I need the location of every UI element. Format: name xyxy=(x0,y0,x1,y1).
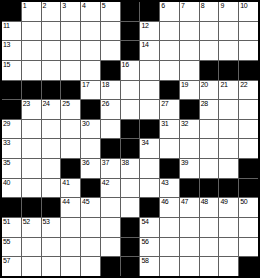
clue-number: 22 xyxy=(240,81,247,89)
cell-r12c9[interactable] xyxy=(180,238,199,257)
cell-r8c6[interactable]: 38 xyxy=(121,159,140,178)
clue-number: 57 xyxy=(3,257,10,265)
cell-r0c8[interactable]: 6 xyxy=(160,2,179,21)
clue-number: 43 xyxy=(161,179,168,187)
cell-r2c5[interactable] xyxy=(101,41,120,60)
clue-number: 55 xyxy=(3,238,10,246)
cell-r8c2[interactable] xyxy=(42,159,61,178)
cell-r7c7[interactable]: 34 xyxy=(140,139,159,158)
clue-number: 46 xyxy=(161,198,168,206)
cell-r3c0[interactable]: 15 xyxy=(2,61,21,80)
cell-r7c11[interactable] xyxy=(219,139,238,158)
cell-r1c3[interactable] xyxy=(61,22,80,41)
black-cell-r4c8 xyxy=(160,81,179,100)
black-cell-r9c9 xyxy=(180,179,199,198)
cell-r6c0[interactable]: 29 xyxy=(2,120,21,139)
cell-r7c3[interactable] xyxy=(61,139,80,158)
clue-number: 58 xyxy=(141,257,148,265)
clue-number: 33 xyxy=(3,139,10,147)
cell-r0c2[interactable]: 2 xyxy=(42,2,61,21)
black-cell-r4c0 xyxy=(2,81,21,100)
clue-number: 21 xyxy=(220,81,227,89)
cell-r5c8[interactable]: 27 xyxy=(160,100,179,119)
black-cell-r9c11 xyxy=(219,179,238,198)
cell-r3c1[interactable] xyxy=(22,61,41,80)
clue-number: 54 xyxy=(141,218,148,226)
clue-number: 53 xyxy=(43,218,50,226)
cell-r13c0[interactable]: 57 xyxy=(2,257,21,276)
cell-r5c1[interactable]: 23 xyxy=(22,100,41,119)
cell-r11c3[interactable] xyxy=(61,218,80,237)
cell-r2c10[interactable] xyxy=(200,41,219,60)
black-cell-r7c6 xyxy=(121,139,140,158)
clue-number: 49 xyxy=(220,198,227,206)
black-cell-r13c6 xyxy=(121,257,140,276)
cell-r12c1[interactable] xyxy=(22,238,41,257)
cell-r1c9[interactable] xyxy=(180,22,199,41)
black-cell-r8c3 xyxy=(61,159,80,178)
clue-number: 13 xyxy=(3,41,10,49)
cell-r1c5[interactable] xyxy=(101,22,120,41)
cell-r2c4[interactable] xyxy=(81,41,100,60)
cell-r9c3[interactable]: 41 xyxy=(61,179,80,198)
cell-r1c10[interactable] xyxy=(200,22,219,41)
black-cell-r6c6 xyxy=(121,120,140,139)
clue-number: 7 xyxy=(181,2,185,10)
cell-r11c11[interactable] xyxy=(219,218,238,237)
cell-r5c3[interactable]: 25 xyxy=(61,100,80,119)
cell-r2c2[interactable] xyxy=(42,41,61,60)
black-cell-r5c9 xyxy=(180,100,199,119)
clue-number: 16 xyxy=(122,61,129,69)
cell-r6c2[interactable] xyxy=(42,120,61,139)
cell-r9c6[interactable] xyxy=(121,179,140,198)
cell-r11c12[interactable] xyxy=(239,218,258,237)
clue-number: 1 xyxy=(23,2,27,10)
cell-r5c10[interactable]: 28 xyxy=(200,100,219,119)
cell-r1c2[interactable] xyxy=(42,22,61,41)
black-cell-r9c4 xyxy=(81,179,100,198)
clue-number: 9 xyxy=(220,2,224,10)
cell-r6c1[interactable] xyxy=(22,120,41,139)
black-cell-r10c1 xyxy=(22,198,41,217)
black-cell-r4c3 xyxy=(61,81,80,100)
cell-r11c7[interactable]: 54 xyxy=(140,218,159,237)
black-cell-r4c2 xyxy=(42,81,61,100)
cell-r11c1[interactable]: 52 xyxy=(22,218,41,237)
cell-r5c6[interactable] xyxy=(121,100,140,119)
cell-r7c2[interactable] xyxy=(42,139,61,158)
clue-number: 18 xyxy=(102,81,109,89)
cell-r10c9[interactable]: 47 xyxy=(180,198,199,217)
cell-r3c9[interactable] xyxy=(180,61,199,80)
cell-r11c10[interactable] xyxy=(200,218,219,237)
cell-r5c5[interactable]: 26 xyxy=(101,100,120,119)
cell-r6c4[interactable]: 30 xyxy=(81,120,100,139)
cell-r4c11[interactable]: 21 xyxy=(219,81,238,100)
clue-number: 20 xyxy=(201,81,208,89)
black-cell-r10c7 xyxy=(140,198,159,217)
cell-r6c10[interactable] xyxy=(200,120,219,139)
cell-r2c11[interactable] xyxy=(219,41,238,60)
clue-number: 56 xyxy=(141,238,148,246)
black-cell-r0c6 xyxy=(121,2,140,21)
clue-number: 27 xyxy=(161,100,168,108)
clue-number: 8 xyxy=(201,2,205,10)
cell-r7c8[interactable] xyxy=(160,139,179,158)
cell-r12c11[interactable] xyxy=(219,238,238,257)
black-cell-r5c4 xyxy=(81,100,100,119)
cell-r13c11[interactable] xyxy=(219,257,238,276)
cell-r12c5[interactable] xyxy=(101,238,120,257)
cell-r11c9[interactable] xyxy=(180,218,199,237)
cell-r1c7[interactable]: 12 xyxy=(140,22,159,41)
crossword-grid: 1234567891011121314151617181920212223242… xyxy=(0,0,260,278)
cell-r0c5[interactable]: 5 xyxy=(101,2,120,21)
cell-r13c1[interactable] xyxy=(22,257,41,276)
cell-r0c10[interactable]: 8 xyxy=(200,2,219,21)
cell-r6c3[interactable] xyxy=(61,120,80,139)
black-cell-r10c2 xyxy=(42,198,61,217)
cell-r6c5[interactable] xyxy=(101,120,120,139)
cell-r4c7[interactable] xyxy=(140,81,159,100)
clue-number: 6 xyxy=(161,2,165,10)
cell-r9c7[interactable] xyxy=(140,179,159,198)
black-cell-r0c0 xyxy=(2,2,21,21)
clue-number: 17 xyxy=(82,81,89,89)
cell-r3c2[interactable] xyxy=(42,61,61,80)
cell-r10c6[interactable] xyxy=(121,198,140,217)
cell-r8c7[interactable] xyxy=(140,159,159,178)
clue-number: 35 xyxy=(3,159,10,167)
cell-r0c12[interactable]: 10 xyxy=(239,2,258,21)
black-cell-r9c10 xyxy=(200,179,219,198)
black-cell-r8c8 xyxy=(160,159,179,178)
clue-number: 48 xyxy=(201,198,208,206)
clue-number: 14 xyxy=(141,41,148,49)
cell-r8c0[interactable]: 35 xyxy=(2,159,21,178)
black-cell-r7c5 xyxy=(101,139,120,158)
cell-r8c10[interactable] xyxy=(200,159,219,178)
cell-r10c4[interactable]: 45 xyxy=(81,198,100,217)
clue-number: 19 xyxy=(181,81,188,89)
cell-r2c8[interactable] xyxy=(160,41,179,60)
cell-r0c4[interactable]: 4 xyxy=(81,2,100,21)
clue-number: 32 xyxy=(181,120,188,128)
cell-r3c4[interactable] xyxy=(81,61,100,80)
cell-r13c9[interactable] xyxy=(180,257,199,276)
black-cell-r10c0 xyxy=(2,198,21,217)
crossword-puzzle: 1234567891011121314151617181920212223242… xyxy=(0,0,260,278)
cell-r8c4[interactable]: 36 xyxy=(81,159,100,178)
black-cell-r0c7 xyxy=(140,2,159,21)
cell-r1c4[interactable] xyxy=(81,22,100,41)
cell-r8c9[interactable]: 39 xyxy=(180,159,199,178)
clue-number: 15 xyxy=(3,61,10,69)
cell-r5c2[interactable]: 24 xyxy=(42,100,61,119)
clue-number: 50 xyxy=(240,198,247,206)
cell-r9c2[interactable] xyxy=(42,179,61,198)
black-cell-r6c7 xyxy=(140,120,159,139)
cell-r12c4[interactable] xyxy=(81,238,100,257)
clue-number: 42 xyxy=(102,179,109,187)
cell-r7c9[interactable] xyxy=(180,139,199,158)
clue-number: 2 xyxy=(43,2,47,10)
cell-r10c10[interactable]: 48 xyxy=(200,198,219,217)
black-cell-r3c10 xyxy=(200,61,219,80)
black-cell-r9c12 xyxy=(239,179,258,198)
cell-r5c7[interactable] xyxy=(140,100,159,119)
cell-r9c0[interactable]: 40 xyxy=(2,179,21,198)
cell-r12c10[interactable] xyxy=(200,238,219,257)
clue-number: 39 xyxy=(181,159,188,167)
clue-number: 37 xyxy=(102,159,109,167)
cell-r2c12[interactable] xyxy=(239,41,258,60)
cell-r8c1[interactable] xyxy=(22,159,41,178)
black-cell-r3c11 xyxy=(219,61,238,80)
clue-number: 29 xyxy=(3,120,10,128)
clue-number: 40 xyxy=(3,179,10,187)
cell-r9c1[interactable] xyxy=(22,179,41,198)
black-cell-r2c6 xyxy=(121,41,140,60)
cell-r7c12[interactable] xyxy=(239,139,258,158)
clue-number: 51 xyxy=(3,218,10,226)
cell-r11c0[interactable]: 51 xyxy=(2,218,21,237)
cell-r2c0[interactable]: 13 xyxy=(2,41,21,60)
clue-number: 36 xyxy=(82,159,89,167)
clue-number: 47 xyxy=(181,198,188,206)
cell-r0c1[interactable]: 1 xyxy=(22,2,41,21)
clue-number: 24 xyxy=(43,100,50,108)
cell-r6c12[interactable] xyxy=(239,120,258,139)
clue-number: 3 xyxy=(62,2,66,10)
cell-r6c8[interactable]: 31 xyxy=(160,120,179,139)
clue-number: 41 xyxy=(62,179,69,187)
black-cell-r13c5 xyxy=(101,257,120,276)
clue-number: 4 xyxy=(82,2,86,10)
clue-number: 25 xyxy=(62,100,69,108)
cell-r5c12[interactable] xyxy=(239,100,258,119)
cell-r7c10[interactable] xyxy=(200,139,219,158)
cell-r3c8[interactable] xyxy=(160,61,179,80)
cell-r3c6[interactable]: 16 xyxy=(121,61,140,80)
cell-r11c2[interactable]: 53 xyxy=(42,218,61,237)
cell-r2c3[interactable] xyxy=(61,41,80,60)
cell-r1c11[interactable] xyxy=(219,22,238,41)
cell-r0c9[interactable]: 7 xyxy=(180,2,199,21)
cell-r13c3[interactable] xyxy=(61,257,80,276)
cell-r4c9[interactable]: 19 xyxy=(180,81,199,100)
clue-number: 38 xyxy=(122,159,129,167)
cell-r10c5[interactable] xyxy=(101,198,120,217)
clue-number: 34 xyxy=(141,139,148,147)
cell-r12c12[interactable] xyxy=(239,238,258,257)
black-cell-r5c0 xyxy=(2,100,21,119)
cell-r13c10[interactable] xyxy=(200,257,219,276)
cell-r6c11[interactable] xyxy=(219,120,238,139)
cell-r4c4[interactable]: 17 xyxy=(81,81,100,100)
clue-number: 30 xyxy=(82,120,89,128)
cell-r10c3[interactable]: 44 xyxy=(61,198,80,217)
cell-r3c7[interactable] xyxy=(140,61,159,80)
cell-r1c0[interactable]: 11 xyxy=(2,22,21,41)
clue-number: 5 xyxy=(102,2,106,10)
cell-r12c3[interactable] xyxy=(61,238,80,257)
cell-r2c9[interactable] xyxy=(180,41,199,60)
black-cell-r11c6 xyxy=(121,218,140,237)
clue-number: 26 xyxy=(102,100,109,108)
clue-number: 12 xyxy=(141,22,148,30)
cell-r13c4[interactable] xyxy=(81,257,100,276)
cell-r4c6[interactable] xyxy=(121,81,140,100)
clue-number: 44 xyxy=(62,198,69,206)
black-cell-r12c6 xyxy=(121,238,140,257)
cell-r7c1[interactable] xyxy=(22,139,41,158)
cell-r13c8[interactable] xyxy=(160,257,179,276)
cell-r3c3[interactable] xyxy=(61,61,80,80)
cell-r2c7[interactable]: 14 xyxy=(140,41,159,60)
cell-r13c2[interactable] xyxy=(42,257,61,276)
cell-r0c3[interactable]: 3 xyxy=(61,2,80,21)
cell-r0c11[interactable]: 9 xyxy=(219,2,238,21)
black-cell-r1c6 xyxy=(121,22,140,41)
cell-r9c5[interactable]: 42 xyxy=(101,179,120,198)
cell-r12c0[interactable]: 55 xyxy=(2,238,21,257)
black-cell-r13c12 xyxy=(239,257,258,276)
cell-r12c8[interactable] xyxy=(160,238,179,257)
cell-r11c4[interactable] xyxy=(81,218,100,237)
clue-number: 31 xyxy=(161,120,168,128)
cell-r12c7[interactable]: 56 xyxy=(140,238,159,257)
cell-r11c5[interactable] xyxy=(101,218,120,237)
clue-number: 23 xyxy=(23,100,30,108)
cell-r8c11[interactable] xyxy=(219,159,238,178)
clue-number: 10 xyxy=(240,2,247,10)
black-cell-r8c12 xyxy=(239,159,258,178)
cell-r1c12[interactable] xyxy=(239,22,258,41)
clue-number: 11 xyxy=(3,22,10,30)
cell-r11c8[interactable] xyxy=(160,218,179,237)
cell-r6c9[interactable]: 32 xyxy=(180,120,199,139)
cell-r12c2[interactable] xyxy=(42,238,61,257)
cell-r1c1[interactable] xyxy=(22,22,41,41)
cell-r10c11[interactable]: 49 xyxy=(219,198,238,217)
cell-r4c10[interactable]: 20 xyxy=(200,81,219,100)
cell-r7c0[interactable]: 33 xyxy=(2,139,21,158)
black-cell-r3c5 xyxy=(101,61,120,80)
cell-r10c12[interactable]: 50 xyxy=(239,198,258,217)
clue-number: 52 xyxy=(23,218,30,226)
black-cell-r4c1 xyxy=(22,81,41,100)
cell-r4c5[interactable]: 18 xyxy=(101,81,120,100)
cell-r5c11[interactable] xyxy=(219,100,238,119)
black-cell-r3c12 xyxy=(239,61,258,80)
cell-r10c8[interactable]: 46 xyxy=(160,198,179,217)
cell-r9c8[interactable]: 43 xyxy=(160,179,179,198)
cell-r7c4[interactable] xyxy=(81,139,100,158)
clue-number: 45 xyxy=(82,198,89,206)
cell-r1c8[interactable] xyxy=(160,22,179,41)
cell-r2c1[interactable] xyxy=(22,41,41,60)
cell-r4c12[interactable]: 22 xyxy=(239,81,258,100)
cell-r13c7[interactable]: 58 xyxy=(140,257,159,276)
clue-number: 28 xyxy=(201,100,208,108)
cell-r8c5[interactable]: 37 xyxy=(101,159,120,178)
